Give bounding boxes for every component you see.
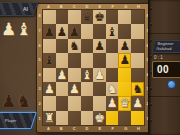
square-e4[interactable]: ♟ — [93, 68, 106, 82]
white-pawn: ♟ — [94, 69, 105, 81]
captured-black-knight: ♞ — [16, 92, 31, 112]
square-b7[interactable]: ♟ — [56, 24, 69, 38]
square-d7[interactable] — [81, 24, 94, 38]
coord-label: 8 — [38, 14, 40, 18]
square-f5[interactable] — [106, 53, 119, 67]
square-d4[interactable]: ♝ — [81, 68, 94, 82]
square-c3[interactable]: ♟ — [68, 82, 81, 96]
square-e2[interactable] — [93, 96, 106, 110]
coord-label: D — [81, 127, 94, 131]
black-bishop: ♝ — [107, 26, 118, 38]
screw-decoration — [150, 88, 152, 90]
square-h6[interactable] — [131, 39, 144, 53]
white-pawn: ♟ — [44, 83, 55, 95]
ai-opponent-plaque[interactable]: AI — [0, 2, 38, 16]
square-c4[interactable] — [68, 68, 81, 82]
coord-label: C — [68, 127, 81, 131]
chess-app-screen: AI ♟♝ ♟♞ Player ABCDEFGH ABCDEFGH 876543… — [0, 0, 180, 135]
captured-white-bishop: ♝ — [16, 20, 31, 40]
coord-label: E — [94, 127, 107, 131]
square-g3[interactable] — [118, 82, 131, 96]
coord-label: 2 — [38, 102, 40, 106]
square-e1[interactable]: ♚ — [93, 111, 106, 125]
white-knight: ♞ — [107, 83, 118, 95]
score-row: 0 : 1 — [154, 55, 180, 60]
square-a7[interactable]: ♟ — [43, 24, 56, 38]
coord-label: G — [119, 5, 132, 9]
square-d5[interactable] — [81, 53, 94, 67]
black-pawn: ♟ — [119, 40, 130, 52]
square-a1[interactable]: ♜ — [43, 111, 56, 125]
black-pawn: ♟ — [56, 26, 67, 38]
captured-tray-white-pieces: ♟♝ — [1, 20, 35, 40]
square-d3[interactable] — [81, 82, 94, 96]
square-c5[interactable] — [68, 53, 81, 67]
black-pawn: ♟ — [69, 26, 80, 38]
black-pawn: ♟ — [94, 40, 105, 52]
square-c8[interactable] — [68, 10, 81, 24]
square-d6[interactable] — [81, 39, 94, 53]
coord-label: D — [81, 5, 94, 9]
square-h2[interactable]: ♟ — [131, 96, 144, 110]
square-f8[interactable] — [106, 10, 119, 24]
coord-label: F — [106, 5, 119, 9]
coord-label: A — [42, 5, 55, 9]
square-b8[interactable] — [56, 10, 69, 24]
square-d2[interactable] — [81, 96, 94, 110]
square-c2[interactable] — [68, 96, 81, 110]
square-f3[interactable]: ♞ — [106, 82, 119, 96]
black-knight: ♞ — [132, 83, 143, 95]
player-plaque-label: Player — [5, 118, 16, 123]
square-h7[interactable] — [131, 24, 144, 38]
ai-badge-label: AI — [23, 6, 28, 12]
square-g7[interactable] — [118, 24, 131, 38]
square-e8[interactable]: ♚ — [93, 10, 106, 24]
screw-decoration — [150, 72, 152, 74]
blue-indicator-button[interactable] — [167, 80, 176, 89]
screw-decoration — [150, 8, 152, 10]
clock-value: 00 — [157, 64, 169, 75]
white-pawn: ♟ — [56, 69, 67, 81]
square-c6[interactable]: ♞ — [68, 39, 81, 53]
square-g4[interactable] — [118, 68, 131, 82]
square-e7[interactable] — [93, 24, 106, 38]
side-panel: Beginner Galahad 0 : 1 00 — [148, 0, 180, 135]
black-knight: ♞ — [69, 40, 80, 52]
coord-label: 1 — [38, 117, 40, 121]
coord-label: 7 — [38, 29, 40, 33]
square-f6[interactable] — [106, 39, 119, 53]
wood-plank-line — [148, 96, 180, 97]
black-king: ♚ — [94, 11, 105, 23]
chess-board: ♛♚♟♟♟♝♞♟♟♝♟♟♝♟♟♟♞♞♟♛♟♜♚ — [42, 9, 145, 126]
coord-label: G — [119, 127, 132, 131]
plaque-stripes — [0, 3, 37, 15]
coord-label: E — [94, 5, 107, 9]
square-b5[interactable] — [56, 53, 69, 67]
white-pawn: ♟ — [132, 97, 143, 109]
coord-label: B — [55, 5, 68, 9]
square-h3[interactable]: ♞ — [131, 82, 144, 96]
square-g5[interactable]: ♟ — [118, 53, 131, 67]
board-frame: ABCDEFGH ABCDEFGH 87654321 87654321 ♛♚♟♟… — [36, 3, 151, 133]
white-queen: ♛ — [119, 97, 130, 109]
coord-label: 3 — [38, 87, 40, 91]
coord-label: 6 — [38, 44, 40, 48]
captured-tray-black-pieces: ♟♞ — [1, 92, 35, 112]
square-a4[interactable] — [43, 68, 56, 82]
wood-plank-line — [148, 33, 180, 34]
coord-label: F — [106, 127, 119, 131]
square-e5[interactable] — [93, 53, 106, 67]
captured-white-pawn: ♟ — [1, 20, 16, 40]
captured-black-pawn: ♟ — [1, 92, 16, 112]
square-f7[interactable]: ♝ — [106, 24, 119, 38]
square-c1[interactable] — [68, 111, 81, 125]
square-g2[interactable]: ♛ — [118, 96, 131, 110]
square-a5[interactable]: ♝ — [43, 53, 56, 67]
screw-decoration — [150, 56, 152, 58]
coord-label: H — [132, 127, 145, 131]
square-f2[interactable]: ♟ — [106, 96, 119, 110]
square-a3[interactable]: ♟ — [43, 82, 56, 96]
opponent-plaque[interactable]: Beginner Galahad — [151, 40, 180, 53]
white-king: ♚ — [94, 112, 105, 124]
square-g6[interactable]: ♟ — [118, 39, 131, 53]
black-pawn: ♟ — [119, 54, 130, 66]
coord-label: H — [132, 5, 145, 9]
coord-label: 4 — [38, 73, 40, 77]
game-clock: 00 — [152, 61, 180, 78]
white-rook: ♜ — [44, 112, 55, 124]
square-g1[interactable] — [118, 111, 131, 125]
square-b1[interactable] — [56, 111, 69, 125]
coord-label: B — [55, 127, 68, 131]
square-b2[interactable] — [56, 96, 69, 110]
file-labels-bottom: ABCDEFGH — [42, 126, 145, 132]
square-h8[interactable] — [131, 10, 144, 24]
square-h1[interactable] — [131, 111, 144, 125]
square-b4[interactable]: ♟ — [56, 68, 69, 82]
black-pawn: ♟ — [44, 26, 55, 38]
square-a2[interactable] — [43, 96, 56, 110]
opponent-name-label: Galahad — [156, 47, 180, 52]
coord-label: C — [68, 5, 81, 9]
black-bishop: ♝ — [44, 54, 55, 66]
square-h5[interactable] — [131, 53, 144, 67]
screw-decoration — [150, 40, 152, 42]
screw-decoration — [150, 24, 152, 26]
square-f1[interactable] — [106, 111, 119, 125]
square-g8[interactable] — [118, 10, 131, 24]
coord-label: 5 — [38, 58, 40, 62]
square-d8[interactable]: ♛ — [81, 10, 94, 24]
coord-label: A — [42, 127, 55, 131]
white-pawn: ♟ — [107, 97, 118, 109]
black-queen: ♛ — [82, 11, 93, 23]
square-c7[interactable]: ♟ — [68, 24, 81, 38]
screw-decoration — [150, 120, 152, 122]
screw-decoration — [150, 104, 152, 106]
player-plaque[interactable]: Player — [0, 112, 37, 129]
square-b6[interactable] — [56, 39, 69, 53]
square-e6[interactable]: ♟ — [93, 39, 106, 53]
white-bishop: ♝ — [82, 69, 93, 81]
square-h4[interactable] — [131, 68, 144, 82]
square-e3[interactable] — [93, 82, 106, 96]
square-a8[interactable] — [43, 10, 56, 24]
white-pawn: ♟ — [69, 83, 80, 95]
square-f4[interactable] — [106, 68, 119, 82]
score-value: 0 : 1 — [154, 55, 163, 60]
square-d1[interactable] — [81, 111, 94, 125]
square-a6[interactable] — [43, 39, 56, 53]
square-b3[interactable] — [56, 82, 69, 96]
